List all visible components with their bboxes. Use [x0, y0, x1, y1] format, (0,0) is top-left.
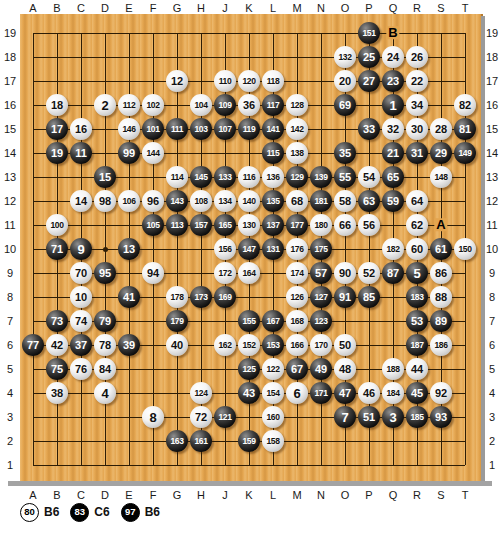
stone-black-103-H15: 103: [190, 118, 212, 140]
point-H9: [189, 261, 213, 285]
point-G18: [165, 45, 189, 69]
row-label-11: 11: [484, 213, 500, 237]
stone-white-158-L2: 158: [262, 430, 284, 452]
stone-number: 102: [147, 101, 160, 110]
row-label-19: 19: [2, 21, 18, 45]
stone-black-9-C10: 9: [70, 238, 92, 260]
point-F6: [141, 333, 165, 357]
point-Q16: 1: [381, 93, 405, 117]
point-E3: [117, 405, 141, 429]
point-E6: 39: [117, 333, 141, 357]
stone-number: 22: [411, 76, 423, 87]
col-label-Q: Q: [381, 1, 405, 14]
point-A19: [21, 21, 45, 45]
point-F7: [141, 309, 165, 333]
row-label-9: 9: [2, 261, 18, 285]
row-label-18: 18: [2, 45, 18, 69]
point-B3: [45, 405, 69, 429]
point-N15: [309, 117, 333, 141]
point-N5: 49: [309, 357, 333, 381]
stone-black-71-B10: 71: [46, 238, 68, 260]
stone-black-129-M13: 129: [286, 166, 308, 188]
point-K10: 147: [237, 237, 261, 261]
stone-number: 40: [171, 340, 183, 351]
stone-number: 3: [389, 411, 396, 424]
point-O17: 20: [333, 69, 357, 93]
stone-white-160-L3: 160: [262, 406, 284, 428]
stone-white-186-S6: 186: [430, 334, 452, 356]
point-H3: 72: [189, 405, 213, 429]
point-H8: 173: [189, 285, 213, 309]
stone-white-46-P4: 46: [358, 382, 380, 404]
stone-white-132-O18: 132: [334, 46, 356, 68]
point-S13: 148: [429, 165, 453, 189]
stone-number: 55: [339, 172, 351, 183]
stone-number: 155: [243, 317, 256, 326]
stone-black-7-O3: 7: [334, 406, 356, 428]
col-label-N: N: [309, 488, 333, 501]
col-label-F: F: [141, 488, 165, 501]
point-O8: 91: [333, 285, 357, 309]
point-D17: [93, 69, 117, 93]
stone-number: 42: [51, 340, 63, 351]
stone-number: 77: [27, 340, 39, 351]
stone-number: 183: [411, 293, 424, 302]
stone-black-51-P3: 51: [358, 406, 380, 428]
stone-white-86-S9: 86: [430, 262, 452, 284]
stone-number: 78: [99, 340, 111, 351]
stone-black-23-Q17: 23: [382, 70, 404, 92]
col-label-K: K: [237, 1, 261, 14]
point-N2: [309, 429, 333, 453]
stone-number: 99: [123, 148, 135, 159]
stone-number: 69: [339, 100, 351, 111]
stone-black-47-O4: 47: [334, 382, 356, 404]
point-J13: 133: [213, 165, 237, 189]
stone-number: 131: [267, 245, 280, 254]
point-Q17: 23: [381, 69, 405, 93]
point-B14: 19: [45, 141, 69, 165]
stone-number: 71: [51, 244, 63, 255]
stone-number: 164: [243, 269, 256, 278]
stone-black-45-R4: 45: [406, 382, 428, 404]
point-O11: 66: [333, 213, 357, 237]
point-S18: [429, 45, 453, 69]
point-E9: [117, 261, 141, 285]
stone-white-96-F12: 96: [142, 190, 164, 212]
stone-white-36-K16: 36: [238, 94, 260, 116]
stone-black-65-Q13: 65: [382, 166, 404, 188]
point-O5: 48: [333, 357, 357, 381]
stone-white-154-L4: 154: [262, 382, 284, 404]
stone-white-68-M12: 68: [286, 190, 308, 212]
stone-black-75-B5: 75: [46, 358, 68, 380]
point-S14: 29: [429, 141, 453, 165]
row-label-3: 3: [2, 405, 18, 429]
caption-coord-text: B6: [44, 505, 59, 519]
annotation-A-S11: A: [434, 218, 447, 231]
point-S11: A: [429, 213, 453, 237]
point-J11: 165: [213, 213, 237, 237]
row-label-2: 2: [484, 429, 500, 453]
point-C3: [69, 405, 93, 429]
caption-coord-text: C6: [94, 505, 109, 519]
point-G10: [165, 237, 189, 261]
stone-number: 150: [459, 245, 472, 254]
stone-number: 148: [435, 173, 448, 182]
stone-black-87-Q9: 87: [382, 262, 404, 284]
point-P9: 52: [357, 261, 381, 285]
point-D15: [93, 117, 117, 141]
star-point-D10: [103, 247, 108, 252]
point-R4: 45: [405, 381, 429, 405]
row-label-8: 8: [484, 285, 500, 309]
point-O16: 69: [333, 93, 357, 117]
stone-white-124-H4: 124: [190, 382, 212, 404]
stone-white-90-O9: 90: [334, 262, 356, 284]
stone-number: 18: [51, 100, 63, 111]
caption-white-stone-80: 80: [20, 503, 39, 522]
point-A3: [21, 405, 45, 429]
point-K3: [237, 405, 261, 429]
point-F4: [141, 381, 165, 405]
row-label-12: 12: [2, 189, 18, 213]
stone-number: 31: [411, 148, 423, 159]
stone-number: 153: [267, 341, 280, 350]
point-J9: 172: [213, 261, 237, 285]
stone-black-85-P8: 85: [358, 286, 380, 308]
point-A14: [21, 141, 45, 165]
stone-number: 28: [435, 124, 447, 135]
stone-number: 14: [75, 196, 87, 207]
point-G1: [165, 453, 189, 477]
stone-black-165-J11: 165: [214, 214, 236, 236]
point-J8: 169: [213, 285, 237, 309]
stone-number: 154: [267, 389, 280, 398]
stone-white-138-M14: 138: [286, 142, 308, 164]
stone-black-55-O13: 55: [334, 166, 356, 188]
stone-number: 67: [291, 364, 303, 375]
point-N17: [309, 69, 333, 93]
stone-number: 186: [435, 341, 448, 350]
stone-number: 27: [363, 76, 375, 87]
stone-white-174-M9: 174: [286, 262, 308, 284]
stone-number: 92: [435, 388, 447, 399]
col-label-E: E: [117, 488, 141, 501]
stone-number: 172: [219, 269, 232, 278]
point-F3: 8: [141, 405, 165, 429]
stone-black-95-D9: 95: [94, 262, 116, 284]
point-K5: 125: [237, 357, 261, 381]
stone-white-82-T16: 82: [454, 94, 476, 116]
point-P13: 54: [357, 165, 381, 189]
point-N1: [309, 453, 333, 477]
stone-number: 65: [387, 172, 399, 183]
point-N18: [309, 45, 333, 69]
point-F5: [141, 357, 165, 381]
stone-white-184-Q4: 184: [382, 382, 404, 404]
row-label-15: 15: [484, 117, 500, 141]
point-R12: 64: [405, 189, 429, 213]
point-H17: [189, 69, 213, 93]
stone-number: 41: [123, 292, 135, 303]
point-R16: 34: [405, 93, 429, 117]
row-label-4: 4: [2, 381, 18, 405]
point-B7: 73: [45, 309, 69, 333]
annotation-B-Q19: B: [386, 26, 399, 39]
point-S17: [429, 69, 453, 93]
point-C19: [69, 21, 93, 45]
point-K15: 119: [237, 117, 261, 141]
point-S10: 61: [429, 237, 453, 261]
stone-white-104-H16: 104: [190, 94, 212, 116]
point-T4: [453, 381, 477, 405]
point-N4: 171: [309, 381, 333, 405]
stone-black-13-E10: 13: [118, 238, 140, 260]
point-J5: [213, 357, 237, 381]
point-H1: [189, 453, 213, 477]
point-S1: [429, 453, 453, 477]
stone-black-149-T14: 149: [454, 142, 476, 164]
stone-number: 20: [339, 76, 351, 87]
col-label-B: B: [45, 1, 69, 14]
point-C11: [69, 213, 93, 237]
stone-number: 46: [363, 388, 375, 399]
col-label-E: E: [117, 1, 141, 14]
stone-black-69-O16: 69: [334, 94, 356, 116]
stone-number: 135: [267, 197, 280, 206]
point-Q8: [381, 285, 405, 309]
stone-number: 10: [75, 292, 87, 303]
point-C4: [69, 381, 93, 405]
row-label-7: 7: [484, 309, 500, 333]
stone-white-14-C12: 14: [70, 190, 92, 212]
stone-number: 177: [291, 221, 304, 230]
row-label-5: 5: [484, 357, 500, 381]
stone-number: 7: [341, 411, 348, 424]
point-J1: [213, 453, 237, 477]
point-E8: 41: [117, 285, 141, 309]
stone-white-88-S8: 88: [430, 286, 452, 308]
point-Q1: [381, 453, 405, 477]
stone-black-1-Q16: 1: [382, 94, 404, 116]
row-label-12: 12: [484, 189, 500, 213]
point-J16: 109: [213, 93, 237, 117]
stone-number: 13: [123, 244, 135, 255]
stone-black-161-H2: 161: [190, 430, 212, 452]
stone-white-42-B6: 42: [46, 334, 68, 356]
row-label-18: 18: [484, 45, 500, 69]
point-L18: [261, 45, 285, 69]
point-B10: 71: [45, 237, 69, 261]
row-label-4: 4: [484, 381, 500, 405]
stone-number: 142: [291, 125, 304, 134]
point-A11: [21, 213, 45, 237]
row-label-7: 7: [2, 309, 18, 333]
point-F11: 105: [141, 213, 165, 237]
stone-white-44-R5: 44: [406, 358, 428, 380]
stone-black-167-L7: 167: [262, 310, 284, 332]
point-B9: [45, 261, 69, 285]
stone-white-118-L17: 118: [262, 70, 284, 92]
point-F17: [141, 69, 165, 93]
stone-number: 104: [195, 101, 208, 110]
point-T9: [453, 261, 477, 285]
point-G14: [165, 141, 189, 165]
stone-black-25-P18: 25: [358, 46, 380, 68]
stone-number: 111: [171, 125, 183, 134]
stone-white-166-M6: 166: [286, 334, 308, 356]
stone-number: 70: [75, 268, 87, 279]
stone-black-107-J15: 107: [214, 118, 236, 140]
point-C12: 14: [69, 189, 93, 213]
point-F1: [141, 453, 165, 477]
row-label-14: 14: [2, 141, 18, 165]
point-N12: 181: [309, 189, 333, 213]
row-label-10: 10: [2, 237, 18, 261]
col-label-N: N: [309, 1, 333, 14]
point-S6: 186: [429, 333, 453, 357]
stone-black-73-B7: 73: [46, 310, 68, 332]
stone-black-109-J16: 109: [214, 94, 236, 116]
point-R7: 53: [405, 309, 429, 333]
point-H5: [189, 357, 213, 381]
point-N11: 180: [309, 213, 333, 237]
point-P11: 56: [357, 213, 381, 237]
point-F9: 94: [141, 261, 165, 285]
point-N16: [309, 93, 333, 117]
point-L13: 136: [261, 165, 285, 189]
point-S19: [429, 21, 453, 45]
point-Q3: 3: [381, 405, 405, 429]
caption-coord-text: B6: [145, 505, 160, 519]
stone-number: 144: [147, 149, 160, 158]
point-E18: [117, 45, 141, 69]
point-O6: 50: [333, 333, 357, 357]
stone-number: 89: [435, 316, 447, 327]
stone-black-187-R6: 187: [406, 334, 428, 356]
stone-number: 90: [339, 268, 351, 279]
stone-number: 37: [75, 340, 87, 351]
stone-white-58-O12: 58: [334, 190, 356, 212]
stone-black-137-L11: 137: [262, 214, 284, 236]
stone-number: 139: [315, 173, 328, 182]
stone-number: 9: [77, 243, 84, 256]
point-A17: [21, 69, 45, 93]
stone-number: 169: [219, 293, 232, 302]
stone-number: 49: [315, 364, 327, 375]
point-R18: 26: [405, 45, 429, 69]
stone-number: 105: [147, 221, 160, 230]
row-label-16: 16: [484, 93, 500, 117]
point-L16: 117: [261, 93, 285, 117]
point-A13: [21, 165, 45, 189]
stone-number: 48: [339, 364, 351, 375]
point-P3: 51: [357, 405, 381, 429]
point-L17: 118: [261, 69, 285, 93]
stone-white-24-Q18: 24: [382, 46, 404, 68]
point-S3: 93: [429, 405, 453, 429]
stone-number: 117: [267, 101, 280, 110]
stone-black-105-F11: 105: [142, 214, 164, 236]
point-P4: 46: [357, 381, 381, 405]
stone-number: 130: [243, 221, 256, 230]
stone-black-179-G7: 179: [166, 310, 188, 332]
row-label-17: 17: [484, 69, 500, 93]
stone-number: 2: [101, 99, 108, 112]
stone-number: 151: [363, 29, 376, 38]
point-E13: [117, 165, 141, 189]
col-label-J: J: [213, 488, 237, 501]
point-T7: [453, 309, 477, 333]
point-P17: 27: [357, 69, 381, 93]
point-S16: [429, 93, 453, 117]
col-label-R: R: [405, 488, 429, 501]
stone-number: 56: [363, 220, 375, 231]
stone-black-153-L6: 153: [262, 334, 284, 356]
point-A2: [21, 429, 45, 453]
row-label-10: 10: [484, 237, 500, 261]
point-E2: [117, 429, 141, 453]
point-T18: [453, 45, 477, 69]
stone-number: 75: [51, 364, 63, 375]
point-C8: 10: [69, 285, 93, 309]
point-D6: 78: [93, 333, 117, 357]
stone-black-79-D7: 79: [94, 310, 116, 332]
point-B8: [45, 285, 69, 309]
row-label-5: 5: [2, 357, 18, 381]
col-label-P: P: [357, 1, 381, 14]
row-label-1: 1: [2, 453, 18, 477]
stone-black-35-O14: 35: [334, 142, 356, 164]
point-O14: 35: [333, 141, 357, 165]
point-R15: 30: [405, 117, 429, 141]
stone-number: 140: [243, 197, 256, 206]
point-D18: [93, 45, 117, 69]
point-M6: 166: [285, 333, 309, 357]
point-R17: 22: [405, 69, 429, 93]
stone-number: 188: [387, 365, 400, 374]
stone-number: 136: [267, 173, 280, 182]
point-P15: 33: [357, 117, 381, 141]
point-H6: [189, 333, 213, 357]
point-G5: [165, 357, 189, 381]
point-T10: 150: [453, 237, 477, 261]
point-P1: [357, 453, 381, 477]
point-Q4: 184: [381, 381, 405, 405]
stone-number: 16: [75, 124, 87, 135]
point-L7: 167: [261, 309, 285, 333]
point-D8: [93, 285, 117, 309]
stone-number: 159: [243, 437, 256, 446]
point-K6: 152: [237, 333, 261, 357]
stone-black-123-N7: 123: [310, 310, 332, 332]
stone-black-39-E6: 39: [118, 334, 140, 356]
stone-black-125-K5: 125: [238, 358, 260, 380]
point-F19: [141, 21, 165, 45]
stone-white-180-N11: 180: [310, 214, 332, 236]
col-label-P: P: [357, 488, 381, 501]
stone-number: 61: [435, 244, 447, 255]
stone-black-11-C14: 11: [70, 142, 92, 164]
col-label-G: G: [165, 488, 189, 501]
col-label-B: B: [45, 488, 69, 501]
point-C10: 9: [69, 237, 93, 261]
point-P10: [357, 237, 381, 261]
stone-number: 167: [267, 317, 280, 326]
point-H13: 145: [189, 165, 213, 189]
point-P7: [357, 309, 381, 333]
